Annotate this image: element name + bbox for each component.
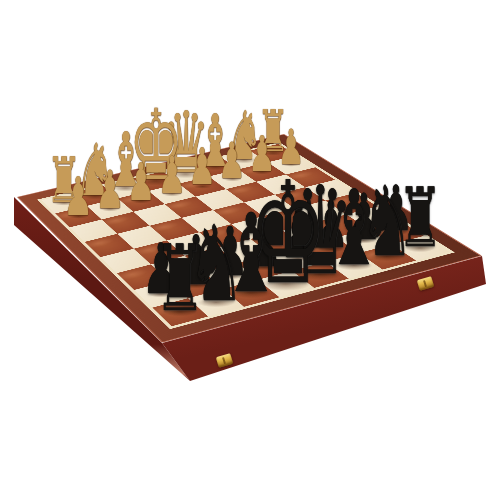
product-photo: ♜♞♝♛♚♝♞♜♟♟♟♟♟♟♟♟♟♟♟♟♟♟♟♟♜♞♝♛♚♝♞♜ <box>0 0 500 500</box>
gold-latch-right <box>417 276 435 291</box>
gold-latch-left <box>216 353 234 368</box>
